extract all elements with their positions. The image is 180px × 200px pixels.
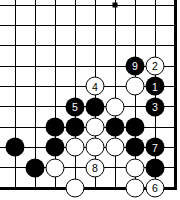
stone-black-move-7: 7	[146, 138, 165, 157]
stone-black-move-3: 3	[146, 97, 165, 116]
stone-white	[86, 138, 105, 157]
grid-line-horizontal	[0, 45, 177, 46]
grid-line-horizontal	[0, 25, 177, 26]
star-point	[113, 3, 118, 8]
stone-white-move-8: 8	[86, 158, 105, 177]
grid-line-horizontal	[0, 5, 177, 6]
stone-black	[6, 138, 25, 157]
grid-line-vertical	[115, 0, 116, 190]
stone-white	[106, 138, 125, 157]
stone-white	[126, 179, 145, 198]
stone-white	[66, 138, 85, 157]
stone-black	[86, 97, 105, 116]
stone-white	[126, 77, 145, 96]
stone-black	[126, 118, 145, 137]
grid-line-vertical	[75, 0, 76, 190]
stone-white-move-2: 2	[146, 57, 165, 76]
stone-white	[86, 118, 105, 137]
stone-black-move-1: 1	[146, 77, 165, 96]
stone-white-move-4: 4	[86, 77, 105, 96]
stone-white	[46, 158, 65, 177]
stone-black	[106, 118, 125, 137]
stone-black-move-9: 9	[126, 57, 145, 76]
stone-white-move-6: 6	[146, 179, 165, 198]
go-diagram: 548921376	[0, 0, 180, 200]
grid-line-vertical	[15, 0, 16, 190]
stone-white	[126, 158, 145, 177]
board-right-edge-line	[174, 0, 177, 190]
stone-black	[146, 158, 165, 177]
stone-white	[66, 179, 85, 198]
stone-black	[46, 118, 65, 137]
stone-black	[126, 138, 145, 157]
stone-white	[106, 97, 125, 116]
stone-black	[66, 118, 85, 137]
stone-black	[46, 138, 65, 157]
stone-black-move-5: 5	[66, 97, 85, 116]
go-board: 548921376	[0, 0, 180, 200]
stone-black	[26, 158, 45, 177]
